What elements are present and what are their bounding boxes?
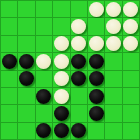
- board-cell[interactable]: [18, 36, 34, 52]
- black-stone: [2, 54, 17, 69]
- reversi-app: [0, 0, 140, 140]
- board-cell[interactable]: [36, 18, 52, 34]
- board-cell[interactable]: [36, 1, 52, 17]
- board-cell[interactable]: [53, 1, 69, 17]
- board-cell[interactable]: [88, 71, 104, 87]
- board-cell[interactable]: [18, 123, 34, 139]
- board-cell[interactable]: [71, 1, 87, 17]
- board-cell[interactable]: [88, 53, 104, 69]
- board-cell[interactable]: [105, 105, 121, 121]
- board-cell[interactable]: [105, 1, 121, 17]
- board-cell[interactable]: [36, 71, 52, 87]
- board-cell[interactable]: [53, 53, 69, 69]
- white-stone: [106, 19, 121, 34]
- board-cell[interactable]: [1, 1, 17, 17]
- board-cell[interactable]: [88, 105, 104, 121]
- board-cell[interactable]: [18, 1, 34, 17]
- black-stone: [71, 123, 86, 138]
- board-cell[interactable]: [71, 53, 87, 69]
- board-cell[interactable]: [123, 18, 139, 34]
- board-cell[interactable]: [105, 18, 121, 34]
- white-stone: [71, 36, 86, 51]
- board-cell[interactable]: [53, 105, 69, 121]
- board-cell[interactable]: [53, 36, 69, 52]
- board-cell[interactable]: [1, 18, 17, 34]
- board-cell[interactable]: [18, 88, 34, 104]
- board-cell[interactable]: [1, 71, 17, 87]
- board-cell[interactable]: [123, 1, 139, 17]
- board-cell[interactable]: [71, 88, 87, 104]
- white-stone: [54, 89, 69, 104]
- board-cell[interactable]: [18, 71, 34, 87]
- black-stone: [89, 71, 104, 86]
- board-cell[interactable]: [1, 123, 17, 139]
- board-cell[interactable]: [53, 123, 69, 139]
- board-cell[interactable]: [71, 105, 87, 121]
- board-cell[interactable]: [36, 53, 52, 69]
- black-stone: [89, 54, 104, 69]
- board-cell[interactable]: [71, 71, 87, 87]
- board-cell[interactable]: [123, 53, 139, 69]
- board-cell[interactable]: [71, 36, 87, 52]
- black-stone: [54, 123, 69, 138]
- board-cell[interactable]: [123, 36, 139, 52]
- board-cell[interactable]: [88, 36, 104, 52]
- white-stone: [106, 2, 121, 17]
- board-cell[interactable]: [18, 105, 34, 121]
- board-cell[interactable]: [36, 36, 52, 52]
- board-cell[interactable]: [36, 88, 52, 104]
- board-cell[interactable]: [53, 18, 69, 34]
- board-cell[interactable]: [71, 18, 87, 34]
- board-cell[interactable]: [123, 105, 139, 121]
- white-stone: [123, 36, 138, 51]
- white-stone: [89, 2, 104, 17]
- white-stone: [54, 36, 69, 51]
- black-stone: [54, 106, 69, 121]
- white-stone: [123, 19, 138, 34]
- white-stone: [106, 36, 121, 51]
- board-cell[interactable]: [123, 88, 139, 104]
- black-stone: [19, 71, 34, 86]
- board-cell[interactable]: [1, 88, 17, 104]
- white-stone: [123, 2, 138, 17]
- board-cell[interactable]: [123, 123, 139, 139]
- board-cell[interactable]: [36, 105, 52, 121]
- black-stone: [19, 54, 34, 69]
- board-cell[interactable]: [88, 1, 104, 17]
- board-cell[interactable]: [105, 123, 121, 139]
- white-stone: [54, 71, 69, 86]
- black-stone: [71, 71, 86, 86]
- board-cell[interactable]: [71, 123, 87, 139]
- board-cell[interactable]: [1, 105, 17, 121]
- board-cell[interactable]: [88, 123, 104, 139]
- white-stone: [54, 54, 69, 69]
- white-stone: [36, 54, 51, 69]
- board-cell[interactable]: [36, 123, 52, 139]
- board-cell[interactable]: [105, 71, 121, 87]
- board-cell[interactable]: [123, 71, 139, 87]
- board-cell[interactable]: [105, 88, 121, 104]
- board-cell[interactable]: [18, 53, 34, 69]
- board-cell[interactable]: [18, 18, 34, 34]
- board-cell[interactable]: [88, 88, 104, 104]
- board-cell[interactable]: [53, 71, 69, 87]
- black-stone: [36, 123, 51, 138]
- black-stone: [89, 89, 104, 104]
- white-stone: [89, 36, 104, 51]
- board-cell[interactable]: [88, 18, 104, 34]
- board-cell[interactable]: [1, 36, 17, 52]
- reversi-board: [0, 0, 140, 140]
- board-cell[interactable]: [1, 53, 17, 69]
- black-stone: [36, 89, 51, 104]
- board-cell[interactable]: [53, 88, 69, 104]
- black-stone: [71, 54, 86, 69]
- white-stone: [71, 19, 86, 34]
- board-cell[interactable]: [105, 36, 121, 52]
- black-stone: [89, 106, 104, 121]
- board-cell[interactable]: [105, 53, 121, 69]
